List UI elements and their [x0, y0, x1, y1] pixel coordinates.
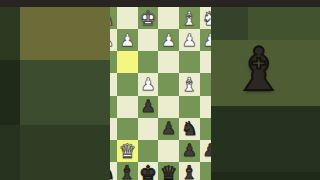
square-g2[interactable]: ♟	[110, 29, 117, 51]
background-square	[211, 106, 320, 172]
square-d4[interactable]	[158, 73, 179, 95]
square-b6[interactable]	[200, 118, 211, 140]
piece-white-pawn[interactable]: ♟	[179, 29, 200, 51]
square-b3[interactable]	[200, 51, 211, 73]
square-c4[interactable]: ♝	[179, 73, 200, 95]
square-g6[interactable]	[110, 118, 117, 140]
piece-white-pawn[interactable]: ♟	[110, 29, 117, 51]
piece-black-pawn[interactable]: ♟	[179, 140, 200, 162]
square-b7[interactable]: ♟	[200, 140, 211, 162]
square-g4[interactable]	[110, 73, 117, 95]
piece-white-king[interactable]: ♚	[138, 7, 159, 29]
chess-shorts-screenshot: ♝ ♞♚♝♞♟♟♟♟♟♟♝♟♟♞♛♟♟♞♝♚♛♝	[0, 0, 320, 180]
square-c8[interactable]: ♝	[179, 162, 200, 180]
chess-board: ♞♚♝♞♟♟♟♟♟♟♝♟♟♞♛♟♟♞♝♚♛♝	[110, 7, 211, 180]
square-c5[interactable]	[179, 96, 200, 118]
square-e4[interactable]: ♟	[138, 73, 159, 95]
background-square	[20, 60, 110, 125]
piece-black-bishop[interactable]: ♝	[179, 162, 200, 180]
square-g1[interactable]: ♞	[110, 7, 117, 29]
square-d3[interactable]	[158, 51, 179, 73]
piece-white-bishop[interactable]: ♝	[179, 73, 200, 95]
piece-white-pawn[interactable]: ♟	[117, 29, 138, 51]
square-b1[interactable]: ♞	[200, 7, 211, 29]
square-d7[interactable]	[158, 140, 179, 162]
square-e3[interactable]	[138, 51, 159, 73]
piece-white-knight[interactable]: ♞	[110, 7, 117, 29]
square-e8[interactable]: ♚	[138, 162, 159, 180]
piece-white-pawn[interactable]: ♟	[158, 29, 179, 51]
piece-black-pawn[interactable]: ♟	[200, 140, 211, 162]
piece-black-pawn[interactable]: ♟	[158, 118, 179, 140]
square-f2[interactable]: ♟	[117, 29, 138, 51]
square-f5[interactable]	[117, 96, 138, 118]
piece-white-pawn[interactable]: ♟	[200, 29, 211, 51]
piece-white-pawn[interactable]: ♟	[138, 73, 159, 95]
square-d1[interactable]	[158, 7, 179, 29]
square-b2[interactable]: ♟	[200, 29, 211, 51]
square-c1[interactable]: ♝	[179, 7, 200, 29]
piece-white-queen[interactable]: ♛	[117, 140, 138, 162]
square-e7[interactable]	[138, 140, 159, 162]
square-f7[interactable]: ♛	[117, 140, 138, 162]
piece-black-knight[interactable]: ♞	[179, 118, 200, 140]
square-c7[interactable]: ♟	[179, 140, 200, 162]
board-strip: ♞♚♝♞♟♟♟♟♟♟♝♟♟♞♛♟♟♞♝♚♛♝	[110, 7, 211, 180]
piece-white-bishop[interactable]: ♝	[179, 7, 200, 29]
square-f4[interactable]	[117, 73, 138, 95]
square-e5[interactable]: ♟	[138, 96, 159, 118]
letterbox-bar	[0, 0, 320, 7]
piece-black-knight[interactable]: ♞	[110, 162, 117, 180]
square-d5[interactable]	[158, 96, 179, 118]
square-f8[interactable]: ♝	[117, 162, 138, 180]
square-g7[interactable]	[110, 140, 117, 162]
background-square	[0, 60, 20, 125]
square-g3[interactable]	[110, 51, 117, 73]
square-f6[interactable]	[117, 118, 138, 140]
square-e6[interactable]	[138, 118, 159, 140]
background-square	[20, 0, 110, 60]
square-e1[interactable]: ♚	[138, 7, 159, 29]
square-g5[interactable]	[110, 96, 117, 118]
piece-black-bishop[interactable]: ♝	[117, 162, 138, 180]
background-square	[0, 125, 20, 180]
square-f1[interactable]	[117, 7, 138, 29]
background-square	[20, 125, 110, 180]
square-f3[interactable]	[117, 51, 138, 73]
square-d8[interactable]: ♛	[158, 162, 179, 180]
square-e2[interactable]	[138, 29, 159, 51]
square-b4[interactable]	[200, 73, 211, 95]
square-c6[interactable]: ♞	[179, 118, 200, 140]
black-bishop-icon: ♝	[226, 36, 292, 102]
background-square	[211, 172, 320, 180]
square-d6[interactable]: ♟	[158, 118, 179, 140]
square-d2[interactable]: ♟	[158, 29, 179, 51]
background-square	[0, 0, 20, 60]
piece-black-pawn[interactable]: ♟	[138, 96, 159, 118]
piece-white-knight[interactable]: ♞	[200, 7, 211, 29]
piece-black-queen[interactable]: ♛	[158, 162, 179, 180]
square-c3[interactable]	[179, 51, 200, 73]
square-g8[interactable]: ♞	[110, 162, 117, 180]
piece-black-king[interactable]: ♚	[138, 162, 159, 180]
square-c2[interactable]: ♟	[179, 29, 200, 51]
square-b5[interactable]	[200, 96, 211, 118]
square-b8[interactable]	[200, 162, 211, 180]
